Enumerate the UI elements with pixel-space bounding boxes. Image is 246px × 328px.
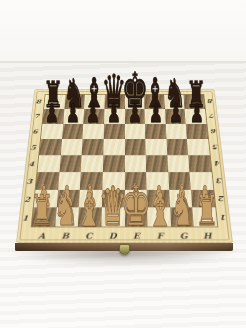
square-d4 <box>103 155 125 172</box>
square-h6 <box>186 124 208 139</box>
rank-label-8: 8 <box>32 94 45 108</box>
brass-clasp <box>119 244 130 255</box>
square-c1 <box>78 208 102 227</box>
square-h1 <box>193 208 218 227</box>
square-e4 <box>125 155 147 172</box>
rank-label-7: 7 <box>206 108 219 123</box>
square-e2 <box>125 189 148 207</box>
square-h3 <box>190 172 214 189</box>
square-b5 <box>61 139 83 155</box>
square-g4 <box>167 155 190 172</box>
square-g1 <box>170 208 194 227</box>
square-f7 <box>145 109 166 124</box>
square-c8 <box>84 95 104 109</box>
square-b8 <box>64 95 85 109</box>
square-g5 <box>166 139 188 155</box>
square-f6 <box>145 124 166 139</box>
background-wall <box>0 0 246 62</box>
file-label-h: H <box>195 229 220 242</box>
square-a4 <box>37 155 60 172</box>
square-d1 <box>101 208 124 227</box>
square-a5 <box>39 139 62 155</box>
square-h5 <box>187 139 210 155</box>
rank-label-1: 1 <box>18 208 33 227</box>
rank-label-6: 6 <box>28 123 41 139</box>
square-e6 <box>125 124 146 139</box>
file-labels: A B C D E F G H <box>29 229 220 242</box>
rank-label-4: 4 <box>25 155 39 172</box>
square-c6 <box>83 124 104 139</box>
square-a8 <box>44 95 65 109</box>
rank-label-8: 8 <box>204 94 217 108</box>
square-c3 <box>80 172 103 189</box>
file-label-d: D <box>101 229 125 242</box>
rank-label-5: 5 <box>209 139 222 155</box>
rank-label-3: 3 <box>22 172 36 190</box>
square-d6 <box>104 124 125 139</box>
square-b3 <box>58 172 81 189</box>
square-d5 <box>103 139 124 155</box>
rank-label-7: 7 <box>30 108 43 123</box>
rank-label-4: 4 <box>211 155 225 172</box>
square-f1 <box>147 208 171 227</box>
rank-label-2: 2 <box>214 190 228 208</box>
square-f3 <box>146 172 169 189</box>
square-f4 <box>146 155 168 172</box>
product-photo-chess-set: A B C D E F G H 8 7 6 5 4 3 2 1 8 7 6 5 … <box>0 0 246 328</box>
square-e1 <box>125 208 148 227</box>
square-f5 <box>145 139 167 155</box>
file-label-a: A <box>29 229 54 242</box>
file-label-c: C <box>77 229 101 242</box>
square-e8 <box>125 95 145 109</box>
square-e5 <box>125 139 146 155</box>
square-h4 <box>188 155 211 172</box>
square-g3 <box>168 172 191 189</box>
square-a7 <box>42 109 64 124</box>
rank-label-3: 3 <box>213 172 227 190</box>
square-c5 <box>82 139 104 155</box>
board-squares <box>31 94 219 227</box>
square-d2 <box>102 189 125 207</box>
file-label-g: G <box>172 229 197 242</box>
rank-label-2: 2 <box>20 190 34 208</box>
square-b4 <box>59 155 82 172</box>
square-e3 <box>125 172 147 189</box>
square-a1 <box>32 208 57 227</box>
square-d7 <box>104 109 125 124</box>
square-b7 <box>63 109 84 124</box>
square-b2 <box>56 189 80 207</box>
square-h7 <box>185 109 207 124</box>
square-d8 <box>104 95 124 109</box>
square-g7 <box>165 109 186 124</box>
rank-label-5: 5 <box>27 139 40 155</box>
square-c7 <box>83 109 104 124</box>
square-g2 <box>169 189 193 207</box>
chessboard: A B C D E F G H 8 7 6 5 4 3 2 1 8 7 6 5 … <box>16 89 233 243</box>
square-h8 <box>184 95 205 109</box>
rank-label-1: 1 <box>216 208 231 227</box>
square-c4 <box>81 155 103 172</box>
square-e7 <box>125 109 146 124</box>
square-d3 <box>102 172 124 189</box>
square-b1 <box>55 208 79 227</box>
square-f8 <box>144 95 164 109</box>
square-g8 <box>164 95 185 109</box>
square-f2 <box>147 189 170 207</box>
square-g6 <box>166 124 188 139</box>
file-label-f: F <box>148 229 172 242</box>
square-c2 <box>79 189 102 207</box>
file-label-b: B <box>53 229 78 242</box>
square-h2 <box>191 189 215 207</box>
file-label-e: E <box>125 229 149 242</box>
rank-label-6: 6 <box>207 123 220 139</box>
square-a6 <box>41 124 63 139</box>
square-a2 <box>34 189 58 207</box>
square-a3 <box>36 172 60 189</box>
square-b6 <box>62 124 84 139</box>
